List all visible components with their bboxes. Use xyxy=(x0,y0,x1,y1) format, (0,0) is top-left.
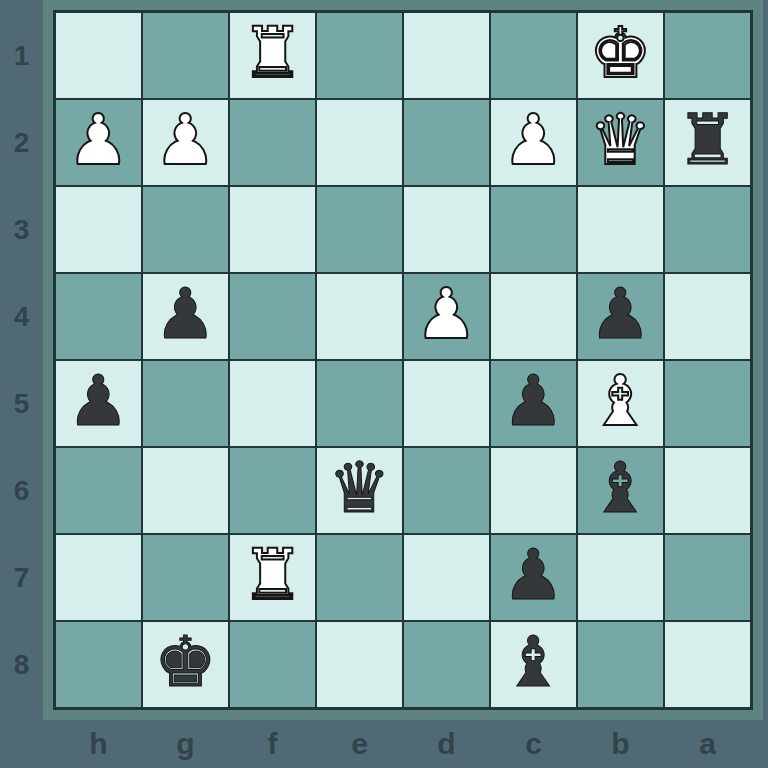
square-h7[interactable] xyxy=(56,535,141,620)
square-c7[interactable]: ♟ xyxy=(491,535,576,620)
square-a6[interactable] xyxy=(665,448,750,533)
file-label-a: a xyxy=(665,720,750,768)
square-h2[interactable]: ♟ xyxy=(56,100,141,185)
square-a7[interactable] xyxy=(665,535,750,620)
file-label-d: d xyxy=(404,720,489,768)
piece-black-pawn[interactable]: ♟ xyxy=(502,359,565,444)
piece-white-rook[interactable]: ♜ xyxy=(241,11,304,96)
square-b6[interactable]: ♝ xyxy=(578,448,663,533)
rank-label-4: 4 xyxy=(0,274,43,359)
rank-label-7: 7 xyxy=(0,535,43,620)
square-e5[interactable] xyxy=(317,361,402,446)
rank-label-5: 5 xyxy=(0,361,43,446)
square-b8[interactable] xyxy=(578,622,663,707)
square-b7[interactable] xyxy=(578,535,663,620)
piece-black-pawn[interactable]: ♟ xyxy=(589,272,652,357)
piece-white-pawn[interactable]: ♟ xyxy=(67,98,130,183)
square-c4[interactable] xyxy=(491,274,576,359)
piece-black-queen[interactable]: ♛ xyxy=(328,446,391,531)
square-a5[interactable] xyxy=(665,361,750,446)
square-d2[interactable] xyxy=(404,100,489,185)
square-h6[interactable] xyxy=(56,448,141,533)
file-label-e: e xyxy=(317,720,402,768)
piece-white-bishop[interactable]: ♝ xyxy=(589,359,652,444)
square-e4[interactable] xyxy=(317,274,402,359)
square-c5[interactable]: ♟ xyxy=(491,361,576,446)
square-b3[interactable] xyxy=(578,187,663,272)
square-e3[interactable] xyxy=(317,187,402,272)
square-g2[interactable]: ♟ xyxy=(143,100,228,185)
piece-white-pawn[interactable]: ♟ xyxy=(154,98,217,183)
square-c2[interactable]: ♟ xyxy=(491,100,576,185)
square-f6[interactable] xyxy=(230,448,315,533)
square-a2[interactable]: ♜ xyxy=(665,100,750,185)
board-frame: ♜♚♟♟♟♛♜♟♟♟♟♟♝♛♝♜♟♚♝ xyxy=(43,0,763,720)
square-e6[interactable]: ♛ xyxy=(317,448,402,533)
square-f3[interactable] xyxy=(230,187,315,272)
square-b2[interactable]: ♛ xyxy=(578,100,663,185)
square-g4[interactable]: ♟ xyxy=(143,274,228,359)
rank-label-6: 6 xyxy=(0,448,43,533)
square-c3[interactable] xyxy=(491,187,576,272)
rank-label-8: 8 xyxy=(0,622,43,707)
piece-white-pawn[interactable]: ♟ xyxy=(415,272,478,357)
piece-black-pawn[interactable]: ♟ xyxy=(502,533,565,618)
chess-app: 12345678 ♜♚♟♟♟♛♜♟♟♟♟♟♝♛♝♜♟♚♝ hgfedcba xyxy=(0,0,768,768)
square-h4[interactable] xyxy=(56,274,141,359)
piece-black-king[interactable]: ♚ xyxy=(154,620,217,705)
square-d1[interactable] xyxy=(404,13,489,98)
file-label-g: g xyxy=(143,720,228,768)
square-e2[interactable] xyxy=(317,100,402,185)
piece-white-king[interactable]: ♚ xyxy=(589,11,652,96)
square-d5[interactable] xyxy=(404,361,489,446)
square-d3[interactable] xyxy=(404,187,489,272)
file-label-h: h xyxy=(56,720,141,768)
square-d4[interactable]: ♟ xyxy=(404,274,489,359)
square-b1[interactable]: ♚ xyxy=(578,13,663,98)
square-f8[interactable] xyxy=(230,622,315,707)
square-c8[interactable]: ♝ xyxy=(491,622,576,707)
square-a3[interactable] xyxy=(665,187,750,272)
file-label-b: b xyxy=(578,720,663,768)
square-f7[interactable]: ♜ xyxy=(230,535,315,620)
piece-black-bishop[interactable]: ♝ xyxy=(502,620,565,705)
square-h8[interactable] xyxy=(56,622,141,707)
piece-black-rook[interactable]: ♜ xyxy=(676,98,739,183)
rank-label-3: 3 xyxy=(0,187,43,272)
chess-board: ♜♚♟♟♟♛♜♟♟♟♟♟♝♛♝♜♟♚♝ xyxy=(53,10,753,710)
square-f4[interactable] xyxy=(230,274,315,359)
piece-white-rook[interactable]: ♜ xyxy=(241,533,304,618)
square-f1[interactable]: ♜ xyxy=(230,13,315,98)
square-a4[interactable] xyxy=(665,274,750,359)
square-f2[interactable] xyxy=(230,100,315,185)
piece-white-pawn[interactable]: ♟ xyxy=(502,98,565,183)
square-g1[interactable] xyxy=(143,13,228,98)
square-e1[interactable] xyxy=(317,13,402,98)
square-d6[interactable] xyxy=(404,448,489,533)
square-c1[interactable] xyxy=(491,13,576,98)
piece-black-bishop[interactable]: ♝ xyxy=(589,446,652,531)
square-h3[interactable] xyxy=(56,187,141,272)
rank-label-1: 1 xyxy=(0,13,43,98)
file-labels: hgfedcba xyxy=(56,720,750,768)
square-d7[interactable] xyxy=(404,535,489,620)
square-g7[interactable] xyxy=(143,535,228,620)
square-g8[interactable]: ♚ xyxy=(143,622,228,707)
square-c6[interactable] xyxy=(491,448,576,533)
square-b5[interactable]: ♝ xyxy=(578,361,663,446)
rank-labels: 12345678 xyxy=(0,13,43,707)
square-d8[interactable] xyxy=(404,622,489,707)
piece-black-pawn[interactable]: ♟ xyxy=(67,359,130,444)
piece-white-queen[interactable]: ♛ xyxy=(589,98,652,183)
file-label-c: c xyxy=(491,720,576,768)
square-f5[interactable] xyxy=(230,361,315,446)
square-a1[interactable] xyxy=(665,13,750,98)
square-e7[interactable] xyxy=(317,535,402,620)
square-h1[interactable] xyxy=(56,13,141,98)
file-label-f: f xyxy=(230,720,315,768)
square-b4[interactable]: ♟ xyxy=(578,274,663,359)
square-e8[interactable] xyxy=(317,622,402,707)
square-g3[interactable] xyxy=(143,187,228,272)
square-g6[interactable] xyxy=(143,448,228,533)
square-a8[interactable] xyxy=(665,622,750,707)
piece-black-pawn[interactable]: ♟ xyxy=(154,272,217,357)
square-h5[interactable]: ♟ xyxy=(56,361,141,446)
square-g5[interactable] xyxy=(143,361,228,446)
rank-label-2: 2 xyxy=(0,100,43,185)
